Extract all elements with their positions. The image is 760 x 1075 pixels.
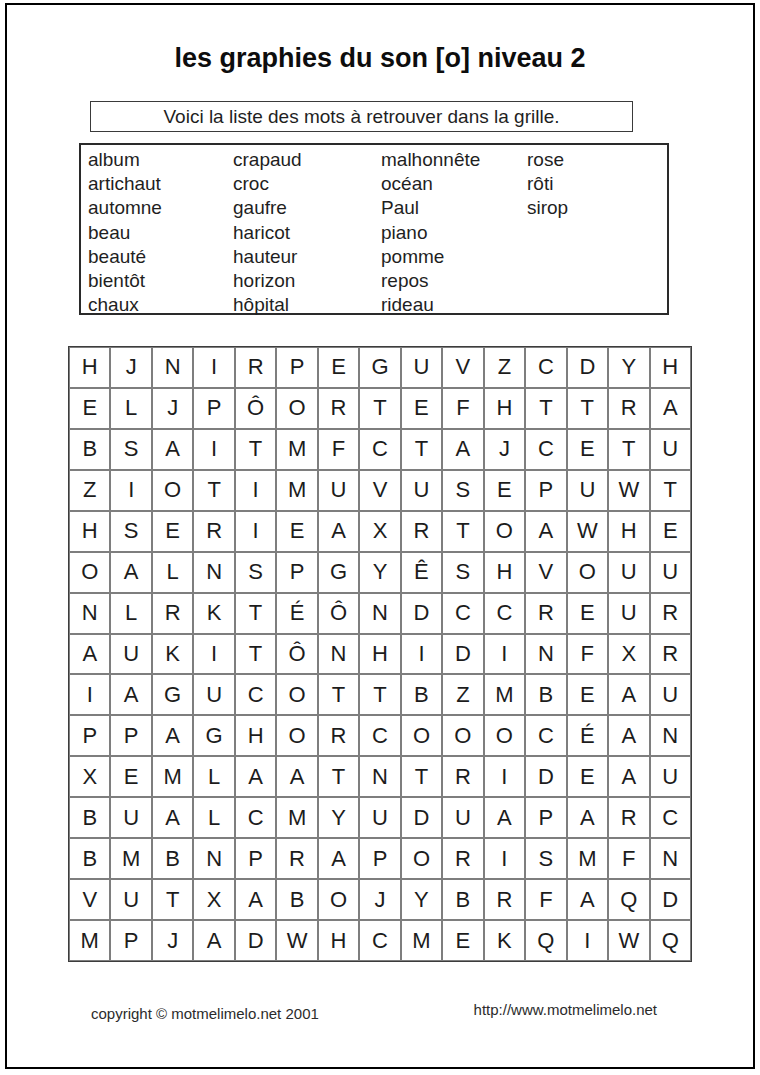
grid-cell[interactable]: M	[484, 674, 525, 715]
grid-cell[interactable]: L	[193, 756, 234, 797]
grid-cell[interactable]: A	[650, 388, 691, 429]
grid-cell[interactable]: O	[318, 879, 359, 920]
grid-cell[interactable]: C	[235, 674, 276, 715]
grid-cell[interactable]: A	[484, 797, 525, 838]
word-item: beau	[88, 221, 162, 245]
copyright-text: copyright © motmelimelo.net 2001	[91, 1005, 319, 1022]
word-item: croc	[233, 172, 302, 196]
grid-cell[interactable]: N	[318, 634, 359, 675]
grid-cell[interactable]: T	[235, 429, 276, 470]
word-item: hôpital	[233, 293, 302, 317]
grid-cell[interactable]: U	[608, 593, 649, 634]
word-item: hauteur	[233, 245, 302, 269]
grid-cell[interactable]: I	[69, 674, 110, 715]
grid-cell[interactable]: É	[276, 593, 317, 634]
grid-cell[interactable]: M	[276, 470, 317, 511]
grid-cell[interactable]: B	[442, 879, 483, 920]
grid-cell[interactable]: C	[484, 593, 525, 634]
grid-cell[interactable]: F	[318, 429, 359, 470]
grid-cell[interactable]: T	[318, 674, 359, 715]
grid-cell[interactable]: R	[484, 879, 525, 920]
grid-cell[interactable]: E	[650, 511, 691, 552]
word-list-column: albumartichautautomnebeaubeautébientôtch…	[88, 148, 162, 317]
grid-cell[interactable]: A	[608, 715, 649, 756]
word-item: rôti	[527, 172, 568, 196]
grid-cell[interactable]: U	[110, 797, 151, 838]
grid-cell[interactable]: E	[567, 756, 608, 797]
grid-cell[interactable]: P	[235, 838, 276, 879]
grid-cell[interactable]: P	[110, 715, 151, 756]
grid-cell[interactable]: H	[359, 634, 400, 675]
grid-cell[interactable]: U	[650, 674, 691, 715]
grid-cell[interactable]: M	[152, 756, 193, 797]
grid-cell[interactable]: H	[484, 388, 525, 429]
grid-cell[interactable]: A	[235, 879, 276, 920]
grid-cell[interactable]: I	[193, 347, 234, 388]
grid-cell[interactable]: W	[608, 920, 649, 961]
grid-cell[interactable]: I	[401, 634, 442, 675]
grid-cell[interactable]: N	[193, 552, 234, 593]
grid-cell[interactable]: H	[318, 920, 359, 961]
grid-cell[interactable]: M	[110, 838, 151, 879]
grid-cell[interactable]: N	[193, 838, 234, 879]
word-item: bientôt	[88, 269, 162, 293]
grid-cell[interactable]: V	[69, 879, 110, 920]
grid-cell[interactable]: X	[608, 634, 649, 675]
grid-cell[interactable]: D	[525, 756, 566, 797]
grid-cell[interactable]: U	[401, 470, 442, 511]
grid-cell[interactable]: J	[359, 879, 400, 920]
grid-cell[interactable]: A	[567, 879, 608, 920]
grid-cell[interactable]: T	[608, 429, 649, 470]
grid-cell[interactable]: D	[567, 347, 608, 388]
grid-cell[interactable]: E	[567, 674, 608, 715]
word-item: rose	[527, 148, 568, 172]
grid-cell[interactable]: F	[525, 879, 566, 920]
word-item: crapaud	[233, 148, 302, 172]
grid-cell[interactable]: Ô	[318, 593, 359, 634]
grid-cell[interactable]: T	[235, 634, 276, 675]
grid-cell[interactable]: A	[152, 429, 193, 470]
grid-cell[interactable]: B	[69, 429, 110, 470]
grid-cell[interactable]: O	[276, 674, 317, 715]
grid-cell[interactable]: R	[650, 634, 691, 675]
grid-cell[interactable]: H	[650, 347, 691, 388]
grid-cell[interactable]: I	[235, 470, 276, 511]
grid-cell[interactable]: A	[442, 429, 483, 470]
grid-cell[interactable]: G	[318, 552, 359, 593]
word-search-grid: HJNIRPEGUVZCDYHELJPÔORTEFHTTRABSAITMFCTA…	[68, 346, 692, 962]
grid-cell[interactable]: C	[650, 797, 691, 838]
grid-cell[interactable]: F	[442, 388, 483, 429]
grid-cell[interactable]: M	[567, 838, 608, 879]
grid-cell[interactable]: E	[567, 593, 608, 634]
grid-cell[interactable]: U	[650, 552, 691, 593]
grid-cell[interactable]: P	[525, 470, 566, 511]
grid-cell[interactable]: N	[650, 715, 691, 756]
grid-cell[interactable]: O	[276, 715, 317, 756]
grid-cell[interactable]: Q	[650, 920, 691, 961]
grid-cell[interactable]: B	[525, 674, 566, 715]
grid-cell[interactable]: J	[152, 388, 193, 429]
grid-cell[interactable]: T	[401, 756, 442, 797]
grid-cell[interactable]: W	[276, 920, 317, 961]
grid-cell[interactable]: B	[69, 838, 110, 879]
word-item: rideau	[381, 293, 480, 317]
grid-cell[interactable]: A	[276, 756, 317, 797]
grid-cell[interactable]: É	[567, 715, 608, 756]
grid-cell[interactable]: I	[484, 838, 525, 879]
grid-cell[interactable]: R	[152, 593, 193, 634]
word-item: gaufre	[233, 196, 302, 220]
grid-cell[interactable]: H	[69, 347, 110, 388]
grid-cell[interactable]: O	[276, 388, 317, 429]
grid-cell[interactable]: Z	[442, 674, 483, 715]
grid-cell[interactable]: U	[318, 470, 359, 511]
grid-cell[interactable]: X	[193, 879, 234, 920]
grid-cell[interactable]: G	[152, 674, 193, 715]
word-list-column: malhonnêteocéanPaulpianopommereposrideau	[381, 148, 480, 317]
grid-cell[interactable]: U	[650, 429, 691, 470]
grid-cell[interactable]: T	[318, 756, 359, 797]
grid-cell[interactable]: U	[193, 674, 234, 715]
grid-cell[interactable]: O	[567, 552, 608, 593]
grid-cell[interactable]: T	[235, 593, 276, 634]
grid-cell[interactable]: O	[401, 715, 442, 756]
grid-cell[interactable]: Q	[525, 920, 566, 961]
grid-cell[interactable]: L	[110, 593, 151, 634]
grid-cell[interactable]: N	[359, 756, 400, 797]
grid-cell[interactable]: E	[276, 511, 317, 552]
grid-cell[interactable]: X	[69, 756, 110, 797]
grid-cell[interactable]: U	[442, 797, 483, 838]
grid-cell[interactable]: A	[193, 920, 234, 961]
grid-cell[interactable]: W	[608, 470, 649, 511]
grid-cell[interactable]: C	[525, 429, 566, 470]
grid-cell[interactable]: O	[401, 838, 442, 879]
grid-cell[interactable]: C	[235, 797, 276, 838]
grid-cell[interactable]: U	[359, 797, 400, 838]
grid-cell[interactable]: K	[152, 634, 193, 675]
grid-cell[interactable]: C	[359, 429, 400, 470]
word-item: beauté	[88, 245, 162, 269]
word-item: malhonnête	[381, 148, 480, 172]
grid-cell[interactable]: V	[525, 552, 566, 593]
grid-cell[interactable]: R	[401, 511, 442, 552]
word-item: repos	[381, 269, 480, 293]
grid-cell[interactable]: N	[152, 347, 193, 388]
grid-cell[interactable]: E	[567, 429, 608, 470]
grid-cell[interactable]: A	[152, 797, 193, 838]
grid-cell[interactable]: H	[235, 715, 276, 756]
grid-cell[interactable]: A	[110, 552, 151, 593]
grid-cell[interactable]: Y	[359, 552, 400, 593]
grid-cell[interactable]: Q	[608, 879, 649, 920]
grid-cell[interactable]: D	[235, 920, 276, 961]
grid-cell[interactable]: K	[193, 593, 234, 634]
grid-cell[interactable]: B	[401, 674, 442, 715]
grid-cell[interactable]: E	[484, 470, 525, 511]
grid-cell[interactable]: D	[401, 797, 442, 838]
grid-cell[interactable]: U	[567, 470, 608, 511]
grid-cell[interactable]: E	[152, 511, 193, 552]
grid-cell[interactable]: P	[276, 552, 317, 593]
word-list-column: crapaudcrocgaufreharicothauteurhorizonhô…	[233, 148, 302, 317]
grid-cell[interactable]: T	[525, 388, 566, 429]
grid-cell[interactable]: J	[484, 429, 525, 470]
grid-cell[interactable]: D	[650, 879, 691, 920]
grid-cell[interactable]: O	[442, 715, 483, 756]
grid-cell[interactable]: C	[525, 347, 566, 388]
grid-cell[interactable]: C	[359, 920, 400, 961]
grid-cell[interactable]: O	[152, 470, 193, 511]
grid-cell[interactable]: Ô	[276, 634, 317, 675]
grid-cell[interactable]: Z	[484, 347, 525, 388]
word-item: océan	[381, 172, 480, 196]
grid-cell[interactable]: F	[567, 634, 608, 675]
grid-cell[interactable]: A	[608, 674, 649, 715]
grid-cell[interactable]: Z	[69, 470, 110, 511]
grid-cell[interactable]: A	[525, 511, 566, 552]
grid-cell[interactable]: H	[608, 511, 649, 552]
grid-cell[interactable]: T	[650, 470, 691, 511]
grid-cell[interactable]: P	[525, 797, 566, 838]
grid-cell[interactable]: G	[359, 347, 400, 388]
grid-cell[interactable]: I	[567, 920, 608, 961]
grid-cell[interactable]: E	[442, 920, 483, 961]
grid-cell[interactable]: A	[318, 838, 359, 879]
grid-cell[interactable]: A	[318, 511, 359, 552]
grid-cell[interactable]: J	[152, 920, 193, 961]
grid-cell[interactable]: W	[567, 511, 608, 552]
grid-cell[interactable]: B	[152, 838, 193, 879]
grid-cell[interactable]: P	[69, 715, 110, 756]
grid-cell[interactable]: I	[484, 756, 525, 797]
grid-cell[interactable]: E	[318, 347, 359, 388]
grid-cell[interactable]: C	[442, 593, 483, 634]
grid-cell[interactable]: V	[359, 470, 400, 511]
grid-cell[interactable]: Y	[318, 797, 359, 838]
grid-cell[interactable]: A	[567, 797, 608, 838]
website-url: http://www.motmelimelo.net	[474, 1001, 657, 1018]
grid-cell[interactable]: R	[318, 388, 359, 429]
grid-cell[interactable]: P	[359, 838, 400, 879]
grid-cell[interactable]: U	[110, 634, 151, 675]
grid-cell[interactable]: S	[110, 429, 151, 470]
grid-cell[interactable]: H	[69, 511, 110, 552]
instruction-box: Voici la liste des mots à retrouver dans…	[90, 101, 633, 132]
grid-cell[interactable]: S	[442, 552, 483, 593]
grid-cell[interactable]: Y	[401, 879, 442, 920]
word-item: horizon	[233, 269, 302, 293]
grid-cell[interactable]: F	[608, 838, 649, 879]
word-list-box: albumartichautautomnebeaubeautébientôtch…	[79, 143, 669, 315]
grid-cell[interactable]: R	[608, 388, 649, 429]
grid-cell[interactable]: L	[152, 552, 193, 593]
grid-cell[interactable]: T	[401, 429, 442, 470]
grid-cell[interactable]: M	[276, 797, 317, 838]
grid-cell[interactable]: T	[567, 388, 608, 429]
grid-cell[interactable]: P	[193, 388, 234, 429]
grid-cell[interactable]: Ô	[235, 388, 276, 429]
grid-cell[interactable]: E	[401, 388, 442, 429]
grid-cell[interactable]: I	[484, 634, 525, 675]
word-item: pomme	[381, 245, 480, 269]
word-item: sirop	[527, 196, 568, 220]
grid-cell[interactable]: T	[442, 511, 483, 552]
grid-cell[interactable]: P	[276, 347, 317, 388]
grid-cell[interactable]: U	[650, 756, 691, 797]
grid-cell[interactable]: H	[484, 552, 525, 593]
grid-cell[interactable]: R	[276, 838, 317, 879]
word-item: haricot	[233, 221, 302, 245]
grid-cell[interactable]: O	[484, 511, 525, 552]
grid-cell[interactable]: I	[193, 634, 234, 675]
grid-cell[interactable]: L	[193, 797, 234, 838]
grid-cell[interactable]: A	[152, 715, 193, 756]
word-item: album	[88, 148, 162, 172]
grid-cell[interactable]: J	[110, 347, 151, 388]
grid-cell[interactable]: E	[110, 756, 151, 797]
grid-cell[interactable]: M	[401, 920, 442, 961]
grid-cell[interactable]: R	[442, 756, 483, 797]
grid-cell[interactable]: R	[608, 797, 649, 838]
word-item: piano	[381, 221, 480, 245]
grid-cell[interactable]: R	[235, 347, 276, 388]
grid-cell[interactable]: X	[359, 511, 400, 552]
grid-cell[interactable]: U	[110, 879, 151, 920]
grid-cell[interactable]: B	[276, 879, 317, 920]
grid-cell[interactable]: N	[69, 593, 110, 634]
grid-cell[interactable]: S	[525, 838, 566, 879]
grid-cell[interactable]: G	[193, 715, 234, 756]
grid-cell[interactable]: R	[442, 838, 483, 879]
grid-cell[interactable]: R	[318, 715, 359, 756]
grid-cell[interactable]: T	[359, 674, 400, 715]
grid-cell[interactable]: R	[525, 593, 566, 634]
grid-cell[interactable]: U	[401, 347, 442, 388]
word-item: chaux	[88, 293, 162, 317]
grid-cell[interactable]: I	[193, 429, 234, 470]
grid-cell[interactable]: N	[359, 593, 400, 634]
grid-cell[interactable]: T	[359, 388, 400, 429]
grid-cell[interactable]: T	[152, 879, 193, 920]
grid-cell[interactable]: S	[235, 552, 276, 593]
grid-cell[interactable]: D	[401, 593, 442, 634]
grid-cell[interactable]: N	[525, 634, 566, 675]
grid-cell[interactable]: M	[276, 429, 317, 470]
grid-cell[interactable]: R	[193, 511, 234, 552]
grid-cell[interactable]: A	[608, 756, 649, 797]
grid-cell[interactable]: V	[442, 347, 483, 388]
word-item: artichaut	[88, 172, 162, 196]
word-list-column: roserôtisirop	[527, 148, 568, 221]
grid-cell[interactable]: I	[110, 470, 151, 511]
grid-cell[interactable]: D	[442, 634, 483, 675]
grid-cell[interactable]: I	[235, 511, 276, 552]
grid-cell[interactable]: C	[525, 715, 566, 756]
grid-cell[interactable]: L	[110, 388, 151, 429]
grid-cell[interactable]: S	[442, 470, 483, 511]
page-title: les graphies du son [o] niveau 2	[7, 43, 753, 74]
grid-cell[interactable]: S	[110, 511, 151, 552]
grid-cell[interactable]: B	[69, 797, 110, 838]
grid-cell[interactable]: C	[359, 715, 400, 756]
grid-cell[interactable]: O	[69, 552, 110, 593]
instruction-text: Voici la liste des mots à retrouver dans…	[163, 106, 559, 128]
grid-cell[interactable]: A	[110, 674, 151, 715]
word-item: automne	[88, 196, 162, 220]
worksheet-page: les graphies du son [o] niveau 2 Voici l…	[5, 3, 755, 1069]
grid-cell[interactable]: O	[484, 715, 525, 756]
grid-cell[interactable]: T	[193, 470, 234, 511]
grid-cell[interactable]: R	[650, 593, 691, 634]
grid-cell[interactable]: U	[608, 552, 649, 593]
grid-cell[interactable]: A	[69, 634, 110, 675]
word-item: Paul	[381, 196, 480, 220]
grid-cell[interactable]: E	[69, 388, 110, 429]
grid-cell[interactable]: P	[110, 920, 151, 961]
grid-cell[interactable]: M	[69, 920, 110, 961]
grid-cell[interactable]: Ê	[401, 552, 442, 593]
grid-cell[interactable]: K	[484, 920, 525, 961]
grid-cell[interactable]: A	[235, 756, 276, 797]
grid-cell[interactable]: N	[650, 838, 691, 879]
grid-cell[interactable]: Y	[608, 347, 649, 388]
